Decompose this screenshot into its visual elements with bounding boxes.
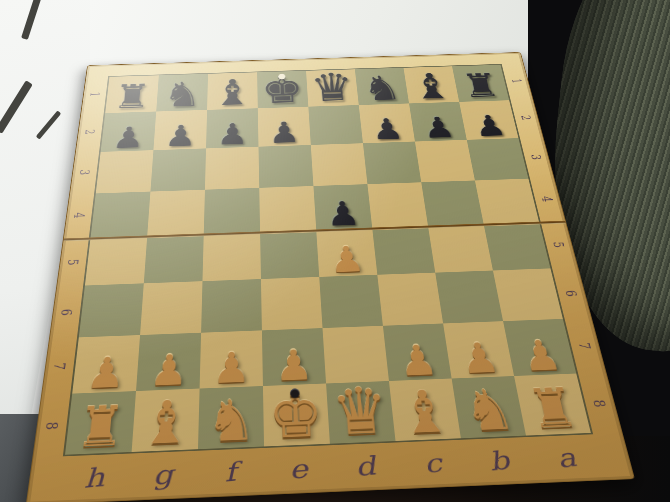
square-d6[interactable]: [311, 143, 368, 186]
square-g5[interactable]: [147, 189, 205, 235]
piece-black-rook[interactable]: ♜: [459, 69, 503, 102]
piece-white-pawn[interactable]: ♟: [397, 339, 440, 382]
square-b8[interactable]: ♝: [404, 66, 460, 103]
piece-black-knight[interactable]: ♞: [162, 77, 202, 112]
square-a4[interactable]: [484, 222, 551, 271]
square-a7[interactable]: ♟: [459, 100, 518, 139]
square-g1[interactable]: ♝: [132, 389, 200, 452]
square-b4[interactable]: [428, 224, 493, 273]
square-d3[interactable]: [319, 275, 383, 328]
piece-white-pawn[interactable]: ♟: [148, 348, 188, 391]
piece-black-pawn[interactable]: ♟: [421, 112, 457, 141]
chess-board: 12345678 12345678 hgfedcba ♜♞♝♚♛♞♝♜♟♟♟♟♟…: [26, 52, 635, 502]
square-a1[interactable]: ♜: [514, 374, 591, 436]
piece-black-queen[interactable]: ♛: [309, 68, 355, 107]
piece-white-queen[interactable]: ♛: [330, 379, 391, 445]
square-e3[interactable]: [261, 277, 323, 330]
square-d4[interactable]: ♟: [316, 228, 377, 277]
square-e5[interactable]: [259, 186, 316, 232]
square-h3[interactable]: [79, 284, 144, 338]
square-c6[interactable]: [363, 141, 421, 184]
square-g4[interactable]: [144, 234, 204, 284]
board-squares: ♜♞♝♚♛♞♝♜♟♟♟♟♟♟♟♟♟♟♟♟♟♟♟♟♜♝♞♚♛♝♞♜: [63, 64, 593, 456]
square-g6[interactable]: [150, 148, 206, 191]
square-c4[interactable]: [372, 226, 435, 275]
square-f7[interactable]: ♟: [206, 108, 258, 148]
piece-white-knight[interactable]: ♞: [206, 392, 257, 451]
piece-black-rook[interactable]: ♜: [112, 80, 152, 114]
piece-black-pawn[interactable]: ♟: [268, 117, 301, 147]
square-e2[interactable]: ♟: [262, 328, 326, 386]
piece-white-pawn[interactable]: ♟: [457, 337, 502, 380]
square-e7[interactable]: ♟: [258, 107, 311, 147]
square-f1[interactable]: ♞: [198, 386, 264, 449]
piece-black-bishop[interactable]: ♝: [212, 75, 252, 111]
square-h6[interactable]: [96, 150, 154, 193]
piece-black-pawn[interactable]: ♟: [325, 196, 361, 230]
square-c3[interactable]: [377, 273, 443, 326]
square-a2[interactable]: ♟: [503, 319, 576, 376]
square-a8[interactable]: ♜: [452, 65, 509, 102]
square-h5[interactable]: [91, 191, 151, 237]
square-g8[interactable]: ♞: [156, 74, 208, 112]
square-b5[interactable]: [421, 180, 483, 226]
file-label-h: h: [59, 452, 129, 502]
piece-white-pawn[interactable]: ♟: [328, 241, 366, 278]
piece-black-king[interactable]: ♚: [261, 71, 305, 109]
square-f2[interactable]: ♟: [200, 331, 263, 389]
piece-black-pawn[interactable]: ♟: [471, 111, 508, 140]
square-d5[interactable]: ♟: [313, 184, 372, 230]
square-b1[interactable]: ♞: [452, 376, 526, 438]
square-c2[interactable]: ♟: [383, 324, 452, 381]
square-h7[interactable]: ♟: [101, 111, 157, 151]
square-c7[interactable]: ♟: [359, 103, 415, 143]
board-perspective-wrapper: 12345678 12345678 hgfedcba ♜♞♝♚♛♞♝♜♟♟♟♟♟…: [26, 52, 635, 502]
piece-white-bishop[interactable]: ♝: [396, 382, 454, 442]
square-e4[interactable]: [260, 230, 319, 279]
piece-black-knight[interactable]: ♞: [361, 71, 403, 106]
square-b6[interactable]: [415, 140, 475, 182]
square-h1[interactable]: ♜: [65, 391, 136, 455]
twig-branch: [0, 80, 33, 133]
piece-white-pawn[interactable]: ♟: [212, 346, 250, 389]
piece-white-rook[interactable]: ♜: [74, 399, 128, 456]
square-h2[interactable]: ♟: [72, 335, 140, 393]
piece-black-pawn[interactable]: ♟: [370, 114, 405, 144]
square-h4[interactable]: [85, 236, 147, 286]
square-f5[interactable]: [204, 188, 260, 234]
piece-black-bishop[interactable]: ♝: [409, 69, 454, 105]
piece-white-pawn[interactable]: ♟: [85, 351, 127, 395]
square-g2[interactable]: ♟: [136, 333, 201, 391]
square-f4[interactable]: [202, 232, 260, 282]
white-ball-finial: [278, 74, 285, 80]
square-f3[interactable]: [201, 279, 262, 333]
square-a3[interactable]: [493, 269, 563, 322]
square-c5[interactable]: [367, 182, 428, 228]
black-ball-finial: [290, 388, 300, 398]
square-f6[interactable]: [205, 147, 259, 190]
piece-black-pawn[interactable]: ♟: [216, 119, 248, 149]
square-a5[interactable]: [475, 178, 539, 223]
piece-white-king[interactable]: ♚: [268, 384, 325, 448]
square-g7[interactable]: ♟: [153, 110, 207, 150]
square-e8[interactable]: ♚: [257, 71, 308, 108]
piece-black-pawn[interactable]: ♟: [164, 121, 197, 151]
piece-white-bishop[interactable]: ♝: [138, 392, 192, 453]
piece-white-knight[interactable]: ♞: [460, 382, 519, 440]
square-d8[interactable]: ♛: [306, 69, 359, 106]
square-a6[interactable]: [467, 138, 529, 180]
square-f8[interactable]: ♝: [207, 72, 258, 110]
square-h8[interactable]: ♜: [105, 75, 159, 113]
twig-branch: [21, 0, 42, 40]
square-e6[interactable]: [258, 145, 313, 188]
square-d7[interactable]: [308, 105, 363, 145]
piece-white-pawn[interactable]: ♟: [518, 334, 564, 376]
square-e1[interactable]: ♚: [263, 384, 330, 447]
photo-scene: 12345678 12345678 hgfedcba ♜♞♝♚♛♞♝♜♟♟♟♟♟…: [0, 0, 670, 502]
square-c1[interactable]: ♝: [389, 379, 461, 441]
square-b7[interactable]: ♟: [409, 102, 467, 142]
piece-black-pawn[interactable]: ♟: [111, 122, 145, 152]
square-c8[interactable]: ♞: [355, 68, 409, 105]
square-d1[interactable]: ♛: [326, 381, 395, 444]
piece-white-rook[interactable]: ♜: [524, 381, 583, 437]
square-b3[interactable]: [435, 271, 503, 324]
square-b2[interactable]: ♟: [443, 321, 514, 378]
square-g3[interactable]: [140, 281, 202, 335]
